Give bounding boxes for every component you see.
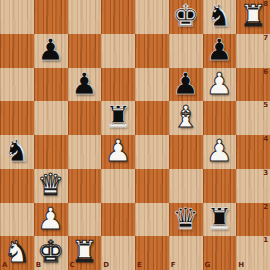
square-e4[interactable] xyxy=(135,135,169,169)
square-c6[interactable]: ♟ xyxy=(68,68,102,102)
square-h2[interactable]: 2 xyxy=(236,203,270,237)
square-d5[interactable]: ♜ xyxy=(101,101,135,135)
square-c2[interactable] xyxy=(68,203,102,237)
square-a2[interactable] xyxy=(0,203,34,237)
black-pawn[interactable]: ♟ xyxy=(37,34,64,67)
square-d4[interactable]: ♟ xyxy=(101,135,135,169)
square-f7[interactable] xyxy=(169,34,203,68)
square-d6[interactable] xyxy=(101,68,135,102)
square-c1[interactable]: ♜C xyxy=(68,236,102,270)
black-knight[interactable]: ♞ xyxy=(3,135,30,168)
square-f6[interactable]: ♟ xyxy=(169,68,203,102)
square-f2[interactable]: ♛ xyxy=(169,203,203,237)
square-h5[interactable]: 5 xyxy=(236,101,270,135)
square-b2[interactable]: ♟ xyxy=(34,203,68,237)
square-b8[interactable] xyxy=(34,0,68,34)
square-d2[interactable] xyxy=(101,203,135,237)
square-h3[interactable]: 3 xyxy=(236,169,270,203)
file-label-h: H xyxy=(238,262,244,269)
square-d7[interactable] xyxy=(101,34,135,68)
white-pawn[interactable]: ♟ xyxy=(206,68,233,101)
square-g3[interactable] xyxy=(203,169,237,203)
square-f1[interactable]: F xyxy=(169,236,203,270)
square-h4[interactable]: 4 xyxy=(236,135,270,169)
white-pawn[interactable]: ♟ xyxy=(105,135,132,168)
black-pawn[interactable]: ♟ xyxy=(172,68,199,101)
white-knight[interactable]: ♞ xyxy=(3,236,30,269)
square-e6[interactable] xyxy=(135,68,169,102)
square-d8[interactable] xyxy=(101,0,135,34)
chess-board: ♚♞♜8♟♟7♟♟♟6♜♝5♞♟♟4♛3♟♛♜2♞A♚B♜CDEFG1H xyxy=(0,0,270,270)
rank-label-4: 4 xyxy=(263,136,268,143)
square-b6[interactable] xyxy=(34,68,68,102)
square-h1[interactable]: 1H xyxy=(236,236,270,270)
square-a7[interactable] xyxy=(0,34,34,68)
rank-label-1: 1 xyxy=(263,237,268,244)
square-g5[interactable] xyxy=(203,101,237,135)
square-c5[interactable] xyxy=(68,101,102,135)
square-c4[interactable] xyxy=(68,135,102,169)
square-a6[interactable] xyxy=(0,68,34,102)
square-a3[interactable] xyxy=(0,169,34,203)
file-label-d: D xyxy=(103,262,109,269)
square-h8[interactable]: ♜8 xyxy=(236,0,270,34)
square-e8[interactable] xyxy=(135,0,169,34)
square-f8[interactable]: ♚ xyxy=(169,0,203,34)
square-f3[interactable] xyxy=(169,169,203,203)
black-king[interactable]: ♚ xyxy=(172,0,199,33)
square-b5[interactable] xyxy=(34,101,68,135)
square-g4[interactable]: ♟ xyxy=(203,135,237,169)
square-a5[interactable] xyxy=(0,101,34,135)
square-e1[interactable]: E xyxy=(135,236,169,270)
white-queen[interactable]: ♛ xyxy=(37,169,64,202)
black-pawn[interactable]: ♟ xyxy=(71,68,98,101)
square-h6[interactable]: 6 xyxy=(236,68,270,102)
white-rook[interactable]: ♜ xyxy=(240,0,267,33)
black-queen[interactable]: ♛ xyxy=(172,203,199,236)
square-h7[interactable]: 7 xyxy=(236,34,270,68)
square-c8[interactable] xyxy=(68,0,102,34)
black-rook[interactable]: ♜ xyxy=(105,101,132,134)
square-c7[interactable] xyxy=(68,34,102,68)
white-bishop[interactable]: ♝ xyxy=(172,101,199,134)
square-g8[interactable]: ♞ xyxy=(203,0,237,34)
white-pawn[interactable]: ♟ xyxy=(37,203,64,236)
square-a1[interactable]: ♞A xyxy=(0,236,34,270)
rank-label-7: 7 xyxy=(263,35,268,42)
white-king[interactable]: ♚ xyxy=(37,236,64,269)
square-f5[interactable]: ♝ xyxy=(169,101,203,135)
file-label-e: E xyxy=(137,262,142,269)
square-d3[interactable] xyxy=(101,169,135,203)
square-e3[interactable] xyxy=(135,169,169,203)
square-g7[interactable]: ♟ xyxy=(203,34,237,68)
square-g1[interactable]: G xyxy=(203,236,237,270)
square-g2[interactable]: ♜ xyxy=(203,203,237,237)
square-c3[interactable] xyxy=(68,169,102,203)
rank-label-3: 3 xyxy=(263,170,268,177)
square-b3[interactable]: ♛ xyxy=(34,169,68,203)
square-b7[interactable]: ♟ xyxy=(34,34,68,68)
rank-label-2: 2 xyxy=(263,204,268,211)
white-pawn[interactable]: ♟ xyxy=(206,135,233,168)
black-pawn[interactable]: ♟ xyxy=(206,34,233,67)
square-f4[interactable] xyxy=(169,135,203,169)
square-b4[interactable] xyxy=(34,135,68,169)
black-rook[interactable]: ♜ xyxy=(206,203,233,236)
square-e2[interactable] xyxy=(135,203,169,237)
file-label-f: F xyxy=(171,262,176,269)
square-e5[interactable] xyxy=(135,101,169,135)
white-rook[interactable]: ♜ xyxy=(71,236,98,269)
square-a8[interactable] xyxy=(0,0,34,34)
rank-label-5: 5 xyxy=(263,102,268,109)
square-e7[interactable] xyxy=(135,34,169,68)
square-b1[interactable]: ♚B xyxy=(34,236,68,270)
rank-label-6: 6 xyxy=(263,69,268,76)
square-d1[interactable]: D xyxy=(101,236,135,270)
square-a4[interactable]: ♞ xyxy=(0,135,34,169)
file-label-g: G xyxy=(205,262,211,269)
square-g6[interactable]: ♟ xyxy=(203,68,237,102)
black-knight[interactable]: ♞ xyxy=(206,0,233,33)
